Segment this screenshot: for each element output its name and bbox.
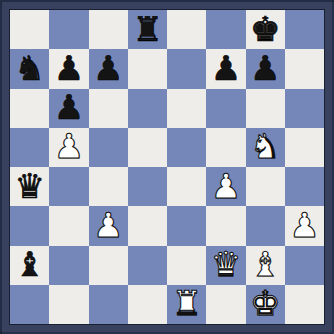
square-a1[interactable] (10, 285, 49, 324)
square-b5[interactable]: ♟ (49, 128, 88, 167)
square-d3[interactable] (128, 206, 167, 245)
square-c5[interactable] (89, 128, 128, 167)
square-g1[interactable]: ♚ (246, 285, 285, 324)
square-h2[interactable] (285, 246, 324, 285)
square-a2[interactable]: ♝ (10, 246, 49, 285)
square-g7[interactable]: ♟ (246, 49, 285, 88)
square-e5[interactable] (167, 128, 206, 167)
square-e4[interactable] (167, 167, 206, 206)
square-b3[interactable] (49, 206, 88, 245)
piece-black-pawn: ♟ (250, 51, 280, 85)
square-a6[interactable] (10, 89, 49, 128)
square-c7[interactable]: ♟ (89, 49, 128, 88)
square-e8[interactable] (167, 10, 206, 49)
square-e2[interactable] (167, 246, 206, 285)
square-e1[interactable]: ♜ (167, 285, 206, 324)
square-f8[interactable] (206, 10, 245, 49)
square-d5[interactable] (128, 128, 167, 167)
square-b4[interactable] (49, 167, 88, 206)
square-e3[interactable] (167, 206, 206, 245)
square-d4[interactable] (128, 167, 167, 206)
square-h5[interactable] (285, 128, 324, 167)
piece-white-queen: ♛ (211, 247, 241, 281)
square-f5[interactable] (206, 128, 245, 167)
square-b1[interactable] (49, 285, 88, 324)
square-f3[interactable] (206, 206, 245, 245)
square-g8[interactable]: ♚ (246, 10, 285, 49)
square-a4[interactable]: ♛ (10, 167, 49, 206)
square-e7[interactable] (167, 49, 206, 88)
square-f7[interactable]: ♟ (206, 49, 245, 88)
square-b6[interactable]: ♟ (49, 89, 88, 128)
square-f6[interactable] (206, 89, 245, 128)
piece-white-pawn: ♟ (211, 169, 241, 203)
square-c2[interactable] (89, 246, 128, 285)
piece-black-queen: ♛ (14, 169, 44, 203)
piece-black-pawn: ♟ (93, 51, 123, 85)
piece-black-king: ♚ (250, 12, 280, 46)
piece-white-pawn: ♟ (54, 129, 84, 163)
square-d7[interactable] (128, 49, 167, 88)
square-h4[interactable] (285, 167, 324, 206)
square-h6[interactable] (285, 89, 324, 128)
piece-white-pawn: ♟ (289, 208, 319, 242)
square-d1[interactable] (128, 285, 167, 324)
piece-white-king: ♚ (250, 286, 280, 320)
square-h1[interactable] (285, 285, 324, 324)
piece-white-knight: ♞ (250, 129, 280, 163)
square-h8[interactable] (285, 10, 324, 49)
square-a7[interactable]: ♞ (10, 49, 49, 88)
square-f4[interactable]: ♟ (206, 167, 245, 206)
chess-app: ♜♚♞♟♟♟♟♟♟♞♛♟♟♟♝♛♝♜♚ (0, 0, 334, 334)
square-a8[interactable] (10, 10, 49, 49)
square-a5[interactable] (10, 128, 49, 167)
square-c1[interactable] (89, 285, 128, 324)
square-d8[interactable]: ♜ (128, 10, 167, 49)
piece-black-pawn: ♟ (54, 51, 84, 85)
piece-black-knight: ♞ (14, 51, 44, 85)
square-b8[interactable] (49, 10, 88, 49)
piece-white-rook: ♜ (171, 286, 201, 320)
square-d6[interactable] (128, 89, 167, 128)
square-f2[interactable]: ♛ (206, 246, 245, 285)
piece-black-pawn: ♟ (211, 51, 241, 85)
square-g4[interactable] (246, 167, 285, 206)
square-h3[interactable]: ♟ (285, 206, 324, 245)
piece-black-pawn: ♟ (54, 90, 84, 124)
square-e6[interactable] (167, 89, 206, 128)
square-c4[interactable] (89, 167, 128, 206)
piece-black-bishop: ♝ (14, 247, 44, 281)
square-f1[interactable] (206, 285, 245, 324)
piece-black-rook: ♜ (132, 12, 162, 46)
square-c8[interactable] (89, 10, 128, 49)
square-g3[interactable] (246, 206, 285, 245)
square-g2[interactable]: ♝ (246, 246, 285, 285)
square-g5[interactable]: ♞ (246, 128, 285, 167)
piece-white-pawn: ♟ (93, 208, 123, 242)
square-d2[interactable] (128, 246, 167, 285)
square-g6[interactable] (246, 89, 285, 128)
square-b2[interactable] (49, 246, 88, 285)
square-a3[interactable] (10, 206, 49, 245)
square-c3[interactable]: ♟ (89, 206, 128, 245)
square-h7[interactable] (285, 49, 324, 88)
square-c6[interactable] (89, 89, 128, 128)
chess-board-frame: ♜♚♞♟♟♟♟♟♟♞♛♟♟♟♝♛♝♜♚ (0, 0, 334, 334)
square-b7[interactable]: ♟ (49, 49, 88, 88)
piece-white-bishop: ♝ (250, 247, 280, 281)
chess-board: ♜♚♞♟♟♟♟♟♟♞♛♟♟♟♝♛♝♜♚ (10, 10, 324, 324)
